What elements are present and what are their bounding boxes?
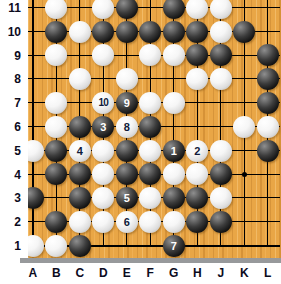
intersection-K7[interactable] <box>233 91 257 115</box>
intersection-D1[interactable] <box>92 234 116 258</box>
move-number-label: 3 <box>100 116 106 138</box>
intersection-D3[interactable] <box>92 186 116 210</box>
intersection-H10[interactable] <box>186 20 210 44</box>
intersection-K4[interactable] <box>233 163 257 187</box>
intersection-G5[interactable]: 1 <box>162 139 186 163</box>
white-stone-D11 <box>92 0 114 19</box>
intersection-K8[interactable] <box>233 67 257 91</box>
intersection-G8[interactable] <box>162 67 186 91</box>
white-stone-F5 <box>139 140 161 162</box>
intersection-E1[interactable] <box>115 234 139 258</box>
intersection-G10[interactable] <box>162 20 186 44</box>
intersection-J10[interactable] <box>209 20 233 44</box>
black-stone-H2 <box>186 211 208 233</box>
black-stone-E11 <box>116 0 138 19</box>
intersection-F9[interactable] <box>139 44 163 68</box>
black-stone-E10 <box>116 21 138 43</box>
intersection-K3[interactable] <box>233 186 257 210</box>
intersection-L5[interactable] <box>256 139 280 163</box>
row-label-9: 9 <box>0 48 21 64</box>
white-stone-F9 <box>139 44 161 66</box>
black-stone-B4 <box>45 163 67 185</box>
intersection-G2[interactable] <box>162 210 186 234</box>
intersection-D9[interactable] <box>92 44 116 68</box>
white-stone-J10 <box>210 21 232 43</box>
intersection-A6[interactable] <box>28 115 45 139</box>
intersection-L8[interactable] <box>256 67 280 91</box>
row-label-6: 6 <box>0 119 21 135</box>
black-stone-B2 <box>45 211 67 233</box>
intersection-E9[interactable] <box>115 44 139 68</box>
white-stone-E8 <box>116 68 138 90</box>
white-stone-D5 <box>92 140 114 162</box>
intersection-C2[interactable] <box>68 210 92 234</box>
column-label-H: H <box>187 266 207 281</box>
white-stone-F2 <box>139 211 161 233</box>
intersection-E7[interactable]: 9 <box>115 91 139 115</box>
black-stone-H10 <box>186 21 208 43</box>
intersection-F8[interactable] <box>139 67 163 91</box>
intersection-G1[interactable]: 7 <box>162 234 186 258</box>
intersection-H2[interactable] <box>186 210 210 234</box>
move-number-label: 1 <box>171 140 177 162</box>
column-label-F: F <box>140 266 160 281</box>
intersection-K9[interactable] <box>233 44 257 68</box>
black-stone-C4 <box>69 163 91 185</box>
intersection-C4[interactable] <box>68 163 92 187</box>
white-stone-G7 <box>163 92 185 114</box>
intersection-E8[interactable] <box>115 67 139 91</box>
intersection-D10[interactable] <box>92 20 116 44</box>
column-label-B: B <box>46 266 66 281</box>
intersection-E4[interactable] <box>115 163 139 187</box>
intersection-F5[interactable] <box>139 139 163 163</box>
intersection-C6[interactable] <box>68 115 92 139</box>
intersection-B8[interactable] <box>45 67 69 91</box>
black-stone-C3 <box>69 187 91 209</box>
intersection-L7[interactable] <box>256 91 280 115</box>
white-stone-B11 <box>45 0 67 19</box>
row-label-10: 10 <box>0 24 21 40</box>
intersection-E11[interactable] <box>115 0 139 20</box>
black-stone-H3 <box>186 187 208 209</box>
intersection-E2[interactable]: 6 <box>115 210 139 234</box>
black-stone-L7 <box>257 92 279 114</box>
intersection-L3[interactable] <box>256 186 280 210</box>
intersection-J5[interactable] <box>209 139 233 163</box>
intersection-D2[interactable] <box>92 210 116 234</box>
white-stone-B1 <box>45 235 67 257</box>
intersection-B11[interactable] <box>45 0 69 20</box>
intersection-A10[interactable] <box>28 20 45 44</box>
white-stone-K6 <box>233 116 255 138</box>
black-stone-C1 <box>69 235 91 257</box>
black-stone-D6: 3 <box>92 116 114 138</box>
white-stone-D9 <box>92 44 114 66</box>
intersection-H7[interactable] <box>186 91 210 115</box>
intersection-J1[interactable] <box>209 234 233 258</box>
white-stone-G2 <box>163 211 185 233</box>
intersection-F2[interactable] <box>139 210 163 234</box>
black-stone-L8 <box>257 68 279 90</box>
black-stone-G1: 7 <box>163 235 185 257</box>
board-edge-shadow <box>20 258 281 263</box>
intersection-H1[interactable] <box>186 234 210 258</box>
intersection-K2[interactable] <box>233 210 257 234</box>
intersection-H9[interactable] <box>186 44 210 68</box>
intersection-H3[interactable] <box>186 186 210 210</box>
white-stone-C8 <box>69 68 91 90</box>
white-stone-C10 <box>69 21 91 43</box>
intersection-L9[interactable] <box>256 44 280 68</box>
white-stone-J3 <box>210 187 232 209</box>
black-stone-G5: 1 <box>163 140 185 162</box>
move-number-label: 8 <box>124 116 130 138</box>
intersection-H4[interactable] <box>186 163 210 187</box>
intersection-D6[interactable]: 3 <box>92 115 116 139</box>
white-stone-B7 <box>45 92 67 114</box>
white-stone-H5: 2 <box>186 140 208 162</box>
black-stone-K10 <box>233 21 255 43</box>
intersection-G4[interactable] <box>162 163 186 187</box>
board-grid: 10938412567 <box>28 0 280 258</box>
intersection-J8[interactable] <box>209 67 233 91</box>
intersection-H8[interactable] <box>186 67 210 91</box>
intersection-C11[interactable] <box>68 0 92 20</box>
white-stone-F7 <box>139 92 161 114</box>
intersection-L4[interactable] <box>256 163 280 187</box>
intersection-A1[interactable] <box>28 234 45 258</box>
intersection-A3[interactable] <box>28 186 45 210</box>
black-stone-E4 <box>116 163 138 185</box>
star-point-K4 <box>242 172 247 177</box>
intersection-G6[interactable] <box>162 115 186 139</box>
intersection-B1[interactable] <box>45 234 69 258</box>
column-label-A: A <box>23 266 43 281</box>
intersection-L10[interactable] <box>256 20 280 44</box>
white-stone-H4 <box>186 163 208 185</box>
intersection-L11[interactable] <box>256 0 280 20</box>
white-stone-G4 <box>163 163 185 185</box>
white-stone-B9 <box>45 44 67 66</box>
intersection-J9[interactable] <box>209 44 233 68</box>
intersection-B4[interactable] <box>45 163 69 187</box>
intersection-K1[interactable] <box>233 234 257 258</box>
black-stone-E7: 9 <box>116 92 138 114</box>
go-diagram: 10938412567 1110987654321 ABCDEFGHJKL <box>0 0 281 284</box>
white-stone-E6: 8 <box>116 116 138 138</box>
black-stone-L9 <box>257 44 279 66</box>
black-stone-F10 <box>139 21 161 43</box>
intersection-E10[interactable] <box>115 20 139 44</box>
intersection-C7[interactable] <box>68 91 92 115</box>
black-stone-G10 <box>163 21 185 43</box>
intersection-C10[interactable] <box>68 20 92 44</box>
black-stone-B5 <box>45 140 67 162</box>
row-label-4: 4 <box>0 167 21 183</box>
white-stone-J8 <box>210 68 232 90</box>
white-stone-C5: 4 <box>69 140 91 162</box>
black-stone-J4 <box>210 163 232 185</box>
row-label-1: 1 <box>0 238 21 254</box>
row-label-8: 8 <box>0 71 21 87</box>
black-stone-G3 <box>163 187 185 209</box>
intersection-B5[interactable] <box>45 139 69 163</box>
intersection-C9[interactable] <box>68 44 92 68</box>
column-label-E: E <box>117 266 137 281</box>
black-stone-E3: 5 <box>116 187 138 209</box>
intersection-F4[interactable] <box>139 163 163 187</box>
column-label-K: K <box>234 266 254 281</box>
intersection-K11[interactable] <box>233 0 257 20</box>
white-stone-A1 <box>28 235 44 257</box>
column-label-J: J <box>211 266 231 281</box>
move-number-label: 2 <box>194 140 200 162</box>
intersection-J6[interactable] <box>209 115 233 139</box>
intersection-B2[interactable] <box>45 210 69 234</box>
row-label-2: 2 <box>0 214 21 230</box>
intersection-H11[interactable] <box>186 0 210 20</box>
move-number-label: 4 <box>77 140 83 162</box>
intersection-E3[interactable]: 5 <box>115 186 139 210</box>
white-stone-F3 <box>139 187 161 209</box>
intersection-B6[interactable] <box>45 115 69 139</box>
column-label-C: C <box>70 266 90 281</box>
intersection-C5[interactable]: 4 <box>68 139 92 163</box>
white-stone-E2: 6 <box>116 211 138 233</box>
white-stone-D4 <box>92 163 114 185</box>
black-stone-F4 <box>139 163 161 185</box>
black-stone-J9 <box>210 44 232 66</box>
intersection-F10[interactable] <box>139 20 163 44</box>
black-stone-G11 <box>163 0 185 19</box>
black-stone-H9 <box>186 44 208 66</box>
intersection-K6[interactable] <box>233 115 257 139</box>
white-stone-G9 <box>163 44 185 66</box>
intersection-A7[interactable] <box>28 91 45 115</box>
white-stone-D3 <box>92 187 114 209</box>
intersection-G3[interactable] <box>162 186 186 210</box>
intersection-F11[interactable] <box>139 0 163 20</box>
intersection-B9[interactable] <box>45 44 69 68</box>
intersection-J3[interactable] <box>209 186 233 210</box>
intersection-F7[interactable] <box>139 91 163 115</box>
intersection-E5[interactable] <box>115 139 139 163</box>
black-stone-D10 <box>92 21 114 43</box>
intersection-D8[interactable] <box>92 67 116 91</box>
black-stone-B10 <box>45 21 67 43</box>
column-label-L: L <box>258 266 278 281</box>
intersection-A11[interactable] <box>28 0 45 20</box>
white-stone-H11 <box>186 0 208 19</box>
intersection-K10[interactable] <box>233 20 257 44</box>
black-stone-E5 <box>116 140 138 162</box>
column-label-G: G <box>164 266 184 281</box>
white-stone-A5 <box>28 140 44 162</box>
black-stone-A3 <box>28 187 44 209</box>
intersection-J4[interactable] <box>209 163 233 187</box>
column-label-D: D <box>93 266 113 281</box>
black-stone-L5 <box>257 140 279 162</box>
move-number-label: 10 <box>98 92 108 114</box>
intersection-F1[interactable] <box>139 234 163 258</box>
intersection-B3[interactable] <box>45 186 69 210</box>
intersection-A4[interactable] <box>28 163 45 187</box>
intersection-L6[interactable] <box>256 115 280 139</box>
intersection-C8[interactable] <box>68 67 92 91</box>
intersection-F6[interactable] <box>139 115 163 139</box>
white-stone-B6 <box>45 116 67 138</box>
go-board: 10938412567 <box>28 0 281 258</box>
intersection-L1[interactable] <box>256 234 280 258</box>
move-number-label: 7 <box>171 235 177 257</box>
intersection-G7[interactable] <box>162 91 186 115</box>
intersection-A9[interactable] <box>28 44 45 68</box>
row-label-5: 5 <box>0 143 21 159</box>
row-labels: 1110987654321 <box>0 0 28 284</box>
black-stone-F6 <box>139 116 161 138</box>
row-label-3: 3 <box>0 190 21 206</box>
intersection-D7[interactable]: 10 <box>92 91 116 115</box>
intersection-J2[interactable] <box>209 210 233 234</box>
intersection-H5[interactable]: 2 <box>186 139 210 163</box>
white-stone-H8 <box>186 68 208 90</box>
intersection-B7[interactable] <box>45 91 69 115</box>
row-label-7: 7 <box>0 95 21 111</box>
intersection-J7[interactable] <box>209 91 233 115</box>
white-stone-D2 <box>92 211 114 233</box>
intersection-A5[interactable] <box>28 139 45 163</box>
intersection-D11[interactable] <box>92 0 116 20</box>
move-number-label: 6 <box>124 211 130 233</box>
intersection-K5[interactable] <box>233 139 257 163</box>
intersection-A2[interactable] <box>28 210 45 234</box>
intersection-H6[interactable] <box>186 115 210 139</box>
white-stone-L6 <box>257 116 279 138</box>
intersection-C3[interactable] <box>68 186 92 210</box>
intersection-C1[interactable] <box>68 234 92 258</box>
row-label-11: 11 <box>0 0 21 16</box>
intersection-G9[interactable] <box>162 44 186 68</box>
move-number-label: 5 <box>124 187 130 209</box>
white-stone-D7: 10 <box>92 92 114 114</box>
intersection-J11[interactable] <box>209 0 233 20</box>
black-stone-C6 <box>69 116 91 138</box>
white-stone-C2 <box>69 211 91 233</box>
intersection-B10[interactable] <box>45 20 69 44</box>
intersection-E6[interactable]: 8 <box>115 115 139 139</box>
intersection-L2[interactable] <box>256 210 280 234</box>
move-number-label: 9 <box>124 92 130 114</box>
white-stone-J11 <box>210 0 232 19</box>
column-labels: ABCDEFGHJKL <box>0 262 281 284</box>
intersection-G11[interactable] <box>162 0 186 20</box>
intersection-D5[interactable] <box>92 139 116 163</box>
intersection-F3[interactable] <box>139 186 163 210</box>
black-stone-J2 <box>210 211 232 233</box>
intersection-D4[interactable] <box>92 163 116 187</box>
intersection-A8[interactable] <box>28 67 45 91</box>
white-stone-J5 <box>210 140 232 162</box>
